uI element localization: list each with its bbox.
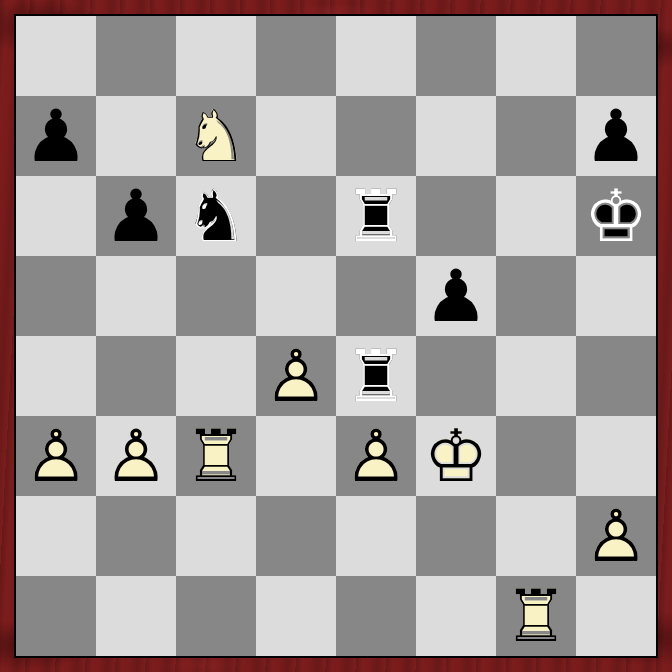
black-knight-detail: ♘ (176, 176, 256, 256)
white-knight[interactable]: ♞♘ (176, 96, 256, 176)
black-king[interactable]: ♚♔ (576, 176, 656, 256)
black-pawn[interactable]: ♟ (576, 96, 656, 176)
square-a8[interactable] (16, 16, 96, 96)
square-d7[interactable] (256, 96, 336, 176)
square-e2[interactable] (336, 496, 416, 576)
black-king-detail: ♔ (576, 176, 656, 256)
square-h7[interactable]: ♟ (576, 96, 656, 176)
square-d5[interactable] (256, 256, 336, 336)
square-b7[interactable] (96, 96, 176, 176)
black-rook[interactable]: ♜♖ (336, 176, 416, 256)
square-e1[interactable] (336, 576, 416, 656)
square-d2[interactable] (256, 496, 336, 576)
square-a7[interactable]: ♟ (16, 96, 96, 176)
square-h8[interactable] (576, 16, 656, 96)
square-a1[interactable] (16, 576, 96, 656)
square-e6[interactable]: ♜♖ (336, 176, 416, 256)
white-pawn-detail: ♙ (256, 336, 336, 416)
black-pawn-glyph: ♟ (416, 256, 496, 336)
white-king[interactable]: ♚♔ (416, 416, 496, 496)
square-c3[interactable]: ♜♖ (176, 416, 256, 496)
square-g5[interactable] (496, 256, 576, 336)
white-pawn[interactable]: ♟♙ (336, 416, 416, 496)
white-rook[interactable]: ♜♖ (176, 416, 256, 496)
square-b6[interactable]: ♟ (96, 176, 176, 256)
square-e4[interactable]: ♜♖ (336, 336, 416, 416)
square-a5[interactable] (16, 256, 96, 336)
square-a4[interactable] (16, 336, 96, 416)
white-pawn[interactable]: ♟♙ (16, 416, 96, 496)
square-b5[interactable] (96, 256, 176, 336)
square-h2[interactable]: ♟♙ (576, 496, 656, 576)
white-rook-detail: ♖ (496, 576, 576, 656)
square-c6[interactable]: ♞♘ (176, 176, 256, 256)
black-pawn[interactable]: ♟ (16, 96, 96, 176)
square-f4[interactable] (416, 336, 496, 416)
black-rook[interactable]: ♜♖ (336, 336, 416, 416)
chess-board: ♟♞♘♟♟♞♘♜♖♚♔♟♟♙♜♖♟♙♟♙♜♖♟♙♚♔♟♙♜♖ (16, 16, 656, 656)
square-h5[interactable] (576, 256, 656, 336)
white-pawn-detail: ♙ (16, 416, 96, 496)
white-pawn[interactable]: ♟♙ (576, 496, 656, 576)
square-f3[interactable]: ♚♔ (416, 416, 496, 496)
black-rook-detail: ♖ (336, 176, 416, 256)
square-a3[interactable]: ♟♙ (16, 416, 96, 496)
white-pawn-detail: ♙ (336, 416, 416, 496)
square-d3[interactable] (256, 416, 336, 496)
square-d1[interactable] (256, 576, 336, 656)
square-h3[interactable] (576, 416, 656, 496)
square-f7[interactable] (416, 96, 496, 176)
square-e7[interactable] (336, 96, 416, 176)
square-e8[interactable] (336, 16, 416, 96)
black-pawn-glyph: ♟ (96, 176, 176, 256)
square-g8[interactable] (496, 16, 576, 96)
board-inner-border: ♟♞♘♟♟♞♘♜♖♚♔♟♟♙♜♖♟♙♟♙♜♖♟♙♚♔♟♙♜♖ (14, 14, 658, 658)
square-c7[interactable]: ♞♘ (176, 96, 256, 176)
square-g6[interactable] (496, 176, 576, 256)
square-f8[interactable] (416, 16, 496, 96)
square-f5[interactable]: ♟ (416, 256, 496, 336)
white-pawn[interactable]: ♟♙ (96, 416, 176, 496)
white-pawn[interactable]: ♟♙ (256, 336, 336, 416)
square-f1[interactable] (416, 576, 496, 656)
square-d4[interactable]: ♟♙ (256, 336, 336, 416)
square-h4[interactable] (576, 336, 656, 416)
square-b8[interactable] (96, 16, 176, 96)
square-g3[interactable] (496, 416, 576, 496)
black-pawn-glyph: ♟ (576, 96, 656, 176)
square-h1[interactable] (576, 576, 656, 656)
square-g4[interactable] (496, 336, 576, 416)
square-c5[interactable] (176, 256, 256, 336)
black-knight[interactable]: ♞♘ (176, 176, 256, 256)
square-b4[interactable] (96, 336, 176, 416)
black-rook-detail: ♖ (336, 336, 416, 416)
white-rook[interactable]: ♜♖ (496, 576, 576, 656)
board-frame: ♟♞♘♟♟♞♘♜♖♚♔♟♟♙♜♖♟♙♟♙♜♖♟♙♚♔♟♙♜♖ (0, 0, 672, 672)
square-b2[interactable] (96, 496, 176, 576)
black-pawn[interactable]: ♟ (416, 256, 496, 336)
square-e3[interactable]: ♟♙ (336, 416, 416, 496)
square-d6[interactable] (256, 176, 336, 256)
square-a2[interactable] (16, 496, 96, 576)
square-g7[interactable] (496, 96, 576, 176)
black-pawn-glyph: ♟ (16, 96, 96, 176)
white-knight-detail: ♘ (176, 96, 256, 176)
square-g1[interactable]: ♜♖ (496, 576, 576, 656)
square-d8[interactable] (256, 16, 336, 96)
white-pawn-detail: ♙ (96, 416, 176, 496)
square-g2[interactable] (496, 496, 576, 576)
square-b1[interactable] (96, 576, 176, 656)
square-a6[interactable] (16, 176, 96, 256)
white-pawn-detail: ♙ (576, 496, 656, 576)
square-c2[interactable] (176, 496, 256, 576)
square-e5[interactable] (336, 256, 416, 336)
square-b3[interactable]: ♟♙ (96, 416, 176, 496)
square-h6[interactable]: ♚♔ (576, 176, 656, 256)
white-rook-detail: ♖ (176, 416, 256, 496)
white-king-detail: ♔ (416, 416, 496, 496)
square-f6[interactable] (416, 176, 496, 256)
square-c1[interactable] (176, 576, 256, 656)
square-c8[interactable] (176, 16, 256, 96)
square-c4[interactable] (176, 336, 256, 416)
square-f2[interactable] (416, 496, 496, 576)
black-pawn[interactable]: ♟ (96, 176, 176, 256)
